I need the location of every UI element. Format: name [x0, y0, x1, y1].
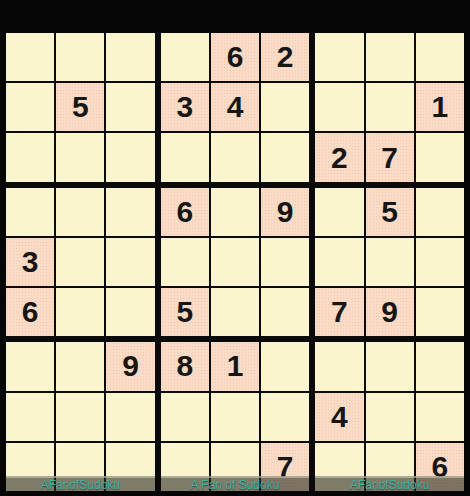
cell-r6c8[interactable]: 9: [366, 288, 414, 336]
board-area: 5623412736695579981746 AFanofSudoku A Fa…: [6, 33, 464, 491]
cell-r5c1[interactable]: 3: [6, 238, 54, 286]
cell-r7c1[interactable]: [6, 342, 54, 390]
cell-r7c8[interactable]: [366, 342, 414, 390]
cell-r6c1[interactable]: 6: [6, 288, 54, 336]
cell-r5c4[interactable]: [161, 238, 209, 286]
cell-r4c1[interactable]: [6, 188, 54, 236]
cell-r3c5[interactable]: [211, 133, 259, 181]
cell-r1c5[interactable]: 6: [211, 33, 259, 81]
cell-r6c6[interactable]: [261, 288, 309, 336]
cell-r4c3[interactable]: [106, 188, 154, 236]
cell-r1c4[interactable]: [161, 33, 209, 81]
cell-r2c3[interactable]: [106, 83, 154, 131]
cell-r2c5[interactable]: 4: [211, 83, 259, 131]
cell-r7c2[interactable]: [56, 342, 104, 390]
watermark-bar: AFanofSudoku A Fan of Sudoku AFanofSudok…: [6, 476, 464, 491]
cell-r6c9[interactable]: [416, 288, 464, 336]
box-8: 817: [161, 342, 310, 491]
cell-r2c1[interactable]: [6, 83, 54, 131]
cell-r4c9[interactable]: [416, 188, 464, 236]
box-3: 127: [315, 33, 464, 182]
box-5: 695: [161, 188, 310, 337]
cell-r6c5[interactable]: [211, 288, 259, 336]
cell-r7c4[interactable]: 8: [161, 342, 209, 390]
box-9: 46: [315, 342, 464, 491]
cell-r5c2[interactable]: [56, 238, 104, 286]
cell-r8c6[interactable]: [261, 393, 309, 441]
cell-r1c7[interactable]: [315, 33, 363, 81]
box-2: 6234: [161, 33, 310, 182]
cell-r3c9[interactable]: [416, 133, 464, 181]
cell-r3c4[interactable]: [161, 133, 209, 181]
box-4: 36: [6, 188, 155, 337]
cell-r8c2[interactable]: [56, 393, 104, 441]
box-1: 5: [6, 33, 155, 182]
cell-r2c8[interactable]: [366, 83, 414, 131]
cell-r4c5[interactable]: [211, 188, 259, 236]
cell-r1c3[interactable]: [106, 33, 154, 81]
cell-r7c6[interactable]: [261, 342, 309, 390]
cell-r7c5[interactable]: 1: [211, 342, 259, 390]
cell-r5c3[interactable]: [106, 238, 154, 286]
cell-r7c9[interactable]: [416, 342, 464, 390]
cell-r6c4[interactable]: 5: [161, 288, 209, 336]
cell-r8c1[interactable]: [6, 393, 54, 441]
watermark-segment-left: AFanofSudoku: [6, 476, 155, 491]
cell-r8c4[interactable]: [161, 393, 209, 441]
cell-r4c2[interactable]: [56, 188, 104, 236]
watermark-text-left: AFanofSudoku: [41, 479, 120, 491]
watermark-segment-right: AFanofSudoku: [315, 476, 464, 491]
cell-r2c2[interactable]: 5: [56, 83, 104, 131]
cell-r6c2[interactable]: [56, 288, 104, 336]
cell-r1c9[interactable]: [416, 33, 464, 81]
sudoku-board: 5623412736695579981746: [6, 33, 464, 491]
cell-r4c7[interactable]: [315, 188, 363, 236]
box-7: 9: [6, 342, 155, 491]
cell-r5c8[interactable]: [366, 238, 414, 286]
cell-r2c4[interactable]: 3: [161, 83, 209, 131]
watermark-text-center: A Fan of Sudoku: [191, 479, 280, 491]
cell-r4c4[interactable]: 6: [161, 188, 209, 236]
cell-r3c8[interactable]: 7: [366, 133, 414, 181]
cell-r8c3[interactable]: [106, 393, 154, 441]
cell-r5c6[interactable]: [261, 238, 309, 286]
cell-r1c1[interactable]: [6, 33, 54, 81]
sudoku-frame: 5623412736695579981746 AFanofSudoku A Fa…: [0, 0, 470, 496]
cell-r3c7[interactable]: 2: [315, 133, 363, 181]
cell-r5c9[interactable]: [416, 238, 464, 286]
cell-r3c1[interactable]: [6, 133, 54, 181]
cell-r6c7[interactable]: 7: [315, 288, 363, 336]
cell-r8c7[interactable]: 4: [315, 393, 363, 441]
cell-r4c6[interactable]: 9: [261, 188, 309, 236]
cell-r2c9[interactable]: 1: [416, 83, 464, 131]
cell-r8c8[interactable]: [366, 393, 414, 441]
cell-r7c3[interactable]: 9: [106, 342, 154, 390]
cell-r1c2[interactable]: [56, 33, 104, 81]
cell-r3c2[interactable]: [56, 133, 104, 181]
box-6: 579: [315, 188, 464, 337]
cell-r8c5[interactable]: [211, 393, 259, 441]
cell-r5c5[interactable]: [211, 238, 259, 286]
cell-r1c6[interactable]: 2: [261, 33, 309, 81]
cell-r6c3[interactable]: [106, 288, 154, 336]
cell-r8c9[interactable]: [416, 393, 464, 441]
cell-r7c7[interactable]: [315, 342, 363, 390]
cell-r5c7[interactable]: [315, 238, 363, 286]
watermark-text-right: AFanofSudoku: [350, 479, 429, 491]
cell-r1c8[interactable]: [366, 33, 414, 81]
cell-r2c6[interactable]: [261, 83, 309, 131]
cell-r2c7[interactable]: [315, 83, 363, 131]
cell-r4c8[interactable]: 5: [366, 188, 414, 236]
cell-r3c3[interactable]: [106, 133, 154, 181]
cell-r3c6[interactable]: [261, 133, 309, 181]
watermark-segment-center: A Fan of Sudoku: [161, 476, 310, 491]
